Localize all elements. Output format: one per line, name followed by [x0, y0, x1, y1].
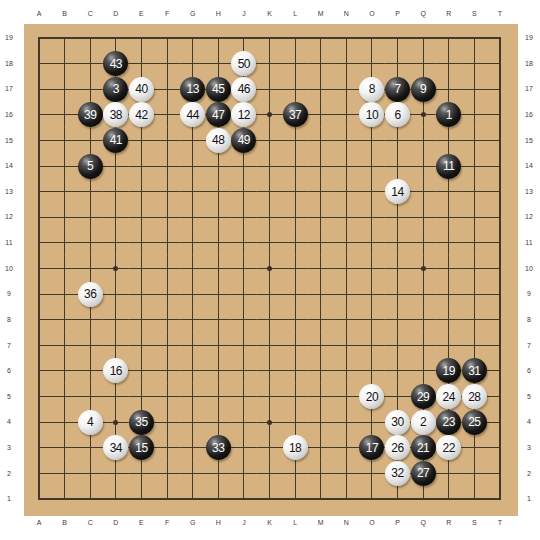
board-intersection[interactable]: [103, 281, 129, 307]
board-intersection[interactable]: [462, 281, 488, 307]
board-intersection[interactable]: [26, 153, 52, 179]
board-intersection[interactable]: [257, 461, 283, 487]
board-intersection[interactable]: [52, 179, 78, 205]
board-intersection[interactable]: [282, 333, 308, 359]
board-intersection[interactable]: [154, 409, 180, 435]
board-intersection[interactable]: [308, 153, 334, 179]
board-intersection[interactable]: [462, 128, 488, 154]
board-intersection[interactable]: 29: [410, 384, 436, 410]
board-intersection[interactable]: 40: [129, 76, 155, 102]
board-intersection[interactable]: 43: [103, 51, 129, 77]
board-intersection[interactable]: 18: [282, 435, 308, 461]
board-intersection[interactable]: [205, 179, 231, 205]
board-intersection[interactable]: [257, 102, 283, 128]
board-intersection[interactable]: [385, 358, 411, 384]
board-intersection[interactable]: [487, 179, 513, 205]
board-intersection[interactable]: 14: [385, 179, 411, 205]
board-intersection[interactable]: [436, 307, 462, 333]
board-intersection[interactable]: [154, 179, 180, 205]
board-intersection[interactable]: [26, 25, 52, 51]
board-intersection[interactable]: [385, 384, 411, 410]
board-intersection[interactable]: [77, 76, 103, 102]
board-intersection[interactable]: [334, 281, 360, 307]
board-intersection[interactable]: [205, 281, 231, 307]
board-intersection[interactable]: 21: [410, 435, 436, 461]
board-intersection[interactable]: [282, 307, 308, 333]
board-intersection[interactable]: [154, 76, 180, 102]
board-intersection[interactable]: [205, 204, 231, 230]
board-intersection[interactable]: [129, 384, 155, 410]
board-intersection[interactable]: 2: [410, 409, 436, 435]
board-intersection[interactable]: [180, 307, 206, 333]
board-intersection[interactable]: [308, 102, 334, 128]
board-intersection[interactable]: [129, 51, 155, 77]
board-intersection[interactable]: [462, 256, 488, 282]
board-intersection[interactable]: 19: [436, 358, 462, 384]
board-intersection[interactable]: [436, 51, 462, 77]
board-intersection[interactable]: [487, 51, 513, 77]
board-intersection[interactable]: [282, 281, 308, 307]
board-intersection[interactable]: [52, 435, 78, 461]
board-intersection[interactable]: [462, 102, 488, 128]
board-intersection[interactable]: [180, 281, 206, 307]
board-intersection[interactable]: [129, 179, 155, 205]
board-intersection[interactable]: [205, 409, 231, 435]
board-intersection[interactable]: [231, 153, 257, 179]
board-intersection[interactable]: [282, 204, 308, 230]
board-intersection[interactable]: [180, 256, 206, 282]
board-intersection[interactable]: [77, 204, 103, 230]
board-intersection[interactable]: [154, 204, 180, 230]
board-intersection[interactable]: [26, 409, 52, 435]
board-intersection[interactable]: [334, 128, 360, 154]
board-intersection[interactable]: [257, 384, 283, 410]
board-intersection[interactable]: [334, 102, 360, 128]
board-intersection[interactable]: [180, 204, 206, 230]
board-intersection[interactable]: [129, 281, 155, 307]
board-intersection[interactable]: [462, 25, 488, 51]
board-intersection[interactable]: [308, 333, 334, 359]
board-intersection[interactable]: [52, 153, 78, 179]
board-intersection[interactable]: [231, 179, 257, 205]
board-intersection[interactable]: [359, 409, 385, 435]
board-intersection[interactable]: [385, 128, 411, 154]
board-intersection[interactable]: [77, 486, 103, 512]
board-intersection[interactable]: [26, 128, 52, 154]
board-intersection[interactable]: [282, 256, 308, 282]
board-intersection[interactable]: 9: [410, 76, 436, 102]
board-intersection[interactable]: [487, 25, 513, 51]
board-intersection[interactable]: [129, 153, 155, 179]
board-intersection[interactable]: [462, 179, 488, 205]
board-intersection[interactable]: 20: [359, 384, 385, 410]
board-intersection[interactable]: [487, 128, 513, 154]
board-intersection[interactable]: [180, 409, 206, 435]
board-intersection[interactable]: [410, 230, 436, 256]
board-intersection[interactable]: [103, 25, 129, 51]
board-intersection[interactable]: [257, 25, 283, 51]
board-intersection[interactable]: [487, 333, 513, 359]
board-intersection[interactable]: 11: [436, 153, 462, 179]
board-intersection[interactable]: 49: [231, 128, 257, 154]
board-intersection[interactable]: [282, 409, 308, 435]
board-intersection[interactable]: [282, 486, 308, 512]
board-intersection[interactable]: [77, 358, 103, 384]
board-intersection[interactable]: 44: [180, 102, 206, 128]
board-intersection[interactable]: [180, 486, 206, 512]
board-intersection[interactable]: [410, 281, 436, 307]
board-intersection[interactable]: [436, 333, 462, 359]
board-intersection[interactable]: [52, 76, 78, 102]
board-intersection[interactable]: [103, 409, 129, 435]
board-intersection[interactable]: [334, 204, 360, 230]
board-intersection[interactable]: [487, 230, 513, 256]
board-intersection[interactable]: [385, 25, 411, 51]
board-intersection[interactable]: [103, 230, 129, 256]
board-intersection[interactable]: [359, 153, 385, 179]
board-intersection[interactable]: [180, 153, 206, 179]
board-intersection[interactable]: [52, 128, 78, 154]
board-intersection[interactable]: [52, 51, 78, 77]
board-intersection[interactable]: [257, 128, 283, 154]
board-intersection[interactable]: [487, 358, 513, 384]
board-intersection[interactable]: [180, 358, 206, 384]
board-intersection[interactable]: [26, 435, 52, 461]
board-intersection[interactable]: [52, 307, 78, 333]
board-intersection[interactable]: [334, 256, 360, 282]
board-intersection[interactable]: 6: [385, 102, 411, 128]
board-intersection[interactable]: [487, 435, 513, 461]
board-intersection[interactable]: [462, 51, 488, 77]
board-intersection[interactable]: [462, 76, 488, 102]
board-intersection[interactable]: [334, 384, 360, 410]
board-intersection[interactable]: [154, 307, 180, 333]
board-intersection[interactable]: [26, 461, 52, 487]
board-intersection[interactable]: [410, 256, 436, 282]
board-intersection[interactable]: [410, 204, 436, 230]
board-intersection[interactable]: [257, 76, 283, 102]
board-intersection[interactable]: [103, 384, 129, 410]
board-intersection[interactable]: 42: [129, 102, 155, 128]
board-intersection[interactable]: [487, 256, 513, 282]
board-intersection[interactable]: [282, 25, 308, 51]
board-intersection[interactable]: 26: [385, 435, 411, 461]
board-intersection[interactable]: [410, 102, 436, 128]
board-intersection[interactable]: [154, 384, 180, 410]
board-intersection[interactable]: [26, 256, 52, 282]
board-intersection[interactable]: [52, 204, 78, 230]
board-intersection[interactable]: [205, 486, 231, 512]
board-intersection[interactable]: [359, 333, 385, 359]
board-intersection[interactable]: 4: [77, 409, 103, 435]
board-intersection[interactable]: [129, 358, 155, 384]
board-intersection[interactable]: [410, 51, 436, 77]
board-intersection[interactable]: [359, 128, 385, 154]
board-intersection[interactable]: [154, 51, 180, 77]
board-intersection[interactable]: [334, 358, 360, 384]
board-intersection[interactable]: [205, 230, 231, 256]
board-intersection[interactable]: [385, 51, 411, 77]
board-intersection[interactable]: [129, 128, 155, 154]
board-intersection[interactable]: [334, 409, 360, 435]
board-intersection[interactable]: [205, 333, 231, 359]
board-intersection[interactable]: [462, 307, 488, 333]
board-intersection[interactable]: [52, 486, 78, 512]
board-intersection[interactable]: [359, 307, 385, 333]
board-intersection[interactable]: [231, 281, 257, 307]
board-intersection[interactable]: [282, 230, 308, 256]
board-intersection[interactable]: [257, 435, 283, 461]
board-intersection[interactable]: [180, 128, 206, 154]
board-intersection[interactable]: [257, 204, 283, 230]
board-intersection[interactable]: [154, 256, 180, 282]
board-intersection[interactable]: [359, 204, 385, 230]
board-intersection[interactable]: [282, 384, 308, 410]
board-intersection[interactable]: [77, 256, 103, 282]
board-intersection[interactable]: [385, 230, 411, 256]
board-intersection[interactable]: [103, 333, 129, 359]
board-intersection[interactable]: 38: [103, 102, 129, 128]
board-intersection[interactable]: [205, 307, 231, 333]
board-intersection[interactable]: [462, 204, 488, 230]
board-intersection[interactable]: [462, 333, 488, 359]
board-intersection[interactable]: [282, 179, 308, 205]
board-intersection[interactable]: [26, 384, 52, 410]
board-intersection[interactable]: [359, 358, 385, 384]
board-intersection[interactable]: [359, 256, 385, 282]
board-intersection[interactable]: [180, 384, 206, 410]
board-intersection[interactable]: [129, 307, 155, 333]
board-intersection[interactable]: 30: [385, 409, 411, 435]
board-intersection[interactable]: [103, 204, 129, 230]
board-intersection[interactable]: [77, 461, 103, 487]
board-intersection[interactable]: [103, 179, 129, 205]
board-intersection[interactable]: [26, 333, 52, 359]
board-intersection[interactable]: [231, 384, 257, 410]
board-intersection[interactable]: 22: [436, 435, 462, 461]
board-intersection[interactable]: [308, 25, 334, 51]
board-intersection[interactable]: [410, 333, 436, 359]
board-intersection[interactable]: [26, 179, 52, 205]
board-intersection[interactable]: [359, 25, 385, 51]
board-intersection[interactable]: [26, 51, 52, 77]
board-intersection[interactable]: [26, 230, 52, 256]
board-intersection[interactable]: [359, 230, 385, 256]
board-intersection[interactable]: [257, 307, 283, 333]
board-intersection[interactable]: [129, 25, 155, 51]
board-intersection[interactable]: [231, 204, 257, 230]
board-intersection[interactable]: [334, 486, 360, 512]
board-intersection[interactable]: [308, 256, 334, 282]
board-intersection[interactable]: [359, 281, 385, 307]
board-intersection[interactable]: [334, 179, 360, 205]
board-intersection[interactable]: [410, 307, 436, 333]
board-intersection[interactable]: [231, 256, 257, 282]
board-intersection[interactable]: [52, 256, 78, 282]
board-intersection[interactable]: [154, 333, 180, 359]
board-intersection[interactable]: [205, 256, 231, 282]
board-intersection[interactable]: 36: [77, 281, 103, 307]
board-intersection[interactable]: [410, 128, 436, 154]
board-intersection[interactable]: [385, 153, 411, 179]
board-intersection[interactable]: [52, 384, 78, 410]
board-intersection[interactable]: [334, 25, 360, 51]
board-intersection[interactable]: [231, 358, 257, 384]
board-intersection[interactable]: [308, 179, 334, 205]
board-intersection[interactable]: [334, 76, 360, 102]
board-intersection[interactable]: [308, 128, 334, 154]
board-intersection[interactable]: [231, 486, 257, 512]
board-intersection[interactable]: [487, 281, 513, 307]
board-intersection[interactable]: [487, 486, 513, 512]
board-intersection[interactable]: 32: [385, 461, 411, 487]
board-intersection[interactable]: [77, 307, 103, 333]
board-intersection[interactable]: [52, 281, 78, 307]
board-intersection[interactable]: [77, 179, 103, 205]
board-intersection[interactable]: [334, 435, 360, 461]
board-intersection[interactable]: [436, 25, 462, 51]
board-intersection[interactable]: [257, 409, 283, 435]
board-intersection[interactable]: [180, 461, 206, 487]
board-intersection[interactable]: [205, 25, 231, 51]
board-intersection[interactable]: [257, 153, 283, 179]
board-intersection[interactable]: [77, 333, 103, 359]
board-intersection[interactable]: [26, 307, 52, 333]
board-intersection[interactable]: [180, 435, 206, 461]
board-intersection[interactable]: [257, 256, 283, 282]
board-intersection[interactable]: [103, 153, 129, 179]
board-intersection[interactable]: [282, 128, 308, 154]
board-intersection[interactable]: [436, 461, 462, 487]
board-intersection[interactable]: 45: [205, 76, 231, 102]
board-intersection[interactable]: [257, 281, 283, 307]
board-intersection[interactable]: [205, 51, 231, 77]
board-intersection[interactable]: [52, 25, 78, 51]
board-intersection[interactable]: [282, 76, 308, 102]
board-intersection[interactable]: [410, 486, 436, 512]
board-intersection[interactable]: [462, 435, 488, 461]
board-intersection[interactable]: [154, 25, 180, 51]
board-intersection[interactable]: [257, 230, 283, 256]
board-intersection[interactable]: [334, 153, 360, 179]
board-intersection[interactable]: [487, 153, 513, 179]
board-intersection[interactable]: [231, 333, 257, 359]
board-intersection[interactable]: [308, 384, 334, 410]
board-intersection[interactable]: [52, 333, 78, 359]
board-intersection[interactable]: [334, 230, 360, 256]
board-intersection[interactable]: [231, 461, 257, 487]
board-intersection[interactable]: [26, 102, 52, 128]
board-intersection[interactable]: 37: [282, 102, 308, 128]
board-intersection[interactable]: [180, 25, 206, 51]
board-intersection[interactable]: [436, 256, 462, 282]
board-intersection[interactable]: [359, 51, 385, 77]
board-intersection[interactable]: [308, 51, 334, 77]
board-intersection[interactable]: [52, 409, 78, 435]
board-intersection[interactable]: [308, 281, 334, 307]
board-intersection[interactable]: 15: [129, 435, 155, 461]
board-intersection[interactable]: [385, 307, 411, 333]
board-intersection[interactable]: [308, 204, 334, 230]
board-intersection[interactable]: 48: [205, 128, 231, 154]
board-intersection[interactable]: [410, 25, 436, 51]
board-intersection[interactable]: [103, 486, 129, 512]
board-intersection[interactable]: [308, 230, 334, 256]
board-intersection[interactable]: [77, 25, 103, 51]
board-intersection[interactable]: [77, 128, 103, 154]
board-intersection[interactable]: [308, 486, 334, 512]
board-intersection[interactable]: [154, 486, 180, 512]
board-intersection[interactable]: [436, 486, 462, 512]
board-intersection[interactable]: [385, 281, 411, 307]
board-intersection[interactable]: [308, 435, 334, 461]
board-intersection[interactable]: [436, 230, 462, 256]
board-intersection[interactable]: [231, 409, 257, 435]
board-intersection[interactable]: [154, 128, 180, 154]
board-intersection[interactable]: [77, 230, 103, 256]
board-intersection[interactable]: [180, 51, 206, 77]
board-intersection[interactable]: 27: [410, 461, 436, 487]
board-intersection[interactable]: [103, 256, 129, 282]
board-intersection[interactable]: [410, 179, 436, 205]
board-intersection[interactable]: [385, 486, 411, 512]
board-intersection[interactable]: [359, 486, 385, 512]
board-intersection[interactable]: [334, 461, 360, 487]
board-intersection[interactable]: 35: [129, 409, 155, 435]
board-intersection[interactable]: [334, 333, 360, 359]
board-intersection[interactable]: [487, 204, 513, 230]
board-intersection[interactable]: [129, 256, 155, 282]
board-intersection[interactable]: [487, 461, 513, 487]
board-intersection[interactable]: [282, 51, 308, 77]
board-intersection[interactable]: [436, 204, 462, 230]
board-intersection[interactable]: [231, 230, 257, 256]
board-intersection[interactable]: [231, 25, 257, 51]
board-intersection[interactable]: [410, 358, 436, 384]
board-intersection[interactable]: [410, 153, 436, 179]
board-intersection[interactable]: [436, 281, 462, 307]
board-intersection[interactable]: [52, 102, 78, 128]
board-intersection[interactable]: [436, 179, 462, 205]
board-intersection[interactable]: [205, 461, 231, 487]
board-intersection[interactable]: [154, 230, 180, 256]
board-intersection[interactable]: 47: [205, 102, 231, 128]
board-intersection[interactable]: 41: [103, 128, 129, 154]
board-intersection[interactable]: [308, 409, 334, 435]
board-intersection[interactable]: [257, 358, 283, 384]
board-intersection[interactable]: [308, 76, 334, 102]
board-intersection[interactable]: [154, 461, 180, 487]
board-intersection[interactable]: [26, 76, 52, 102]
board-intersection[interactable]: 24: [436, 384, 462, 410]
board-intersection[interactable]: [52, 358, 78, 384]
board-intersection[interactable]: [487, 102, 513, 128]
board-intersection[interactable]: 39: [77, 102, 103, 128]
board-intersection[interactable]: [180, 230, 206, 256]
board-intersection[interactable]: 7: [385, 76, 411, 102]
board-intersection[interactable]: [257, 333, 283, 359]
board-intersection[interactable]: [129, 333, 155, 359]
board-intersection[interactable]: [282, 461, 308, 487]
board-intersection[interactable]: [103, 461, 129, 487]
board-intersection[interactable]: [462, 153, 488, 179]
board-intersection[interactable]: [77, 384, 103, 410]
board-intersection[interactable]: 8: [359, 76, 385, 102]
board-intersection[interactable]: [308, 461, 334, 487]
board-intersection[interactable]: 17: [359, 435, 385, 461]
board-intersection[interactable]: [154, 281, 180, 307]
board-intersection[interactable]: 1: [436, 102, 462, 128]
